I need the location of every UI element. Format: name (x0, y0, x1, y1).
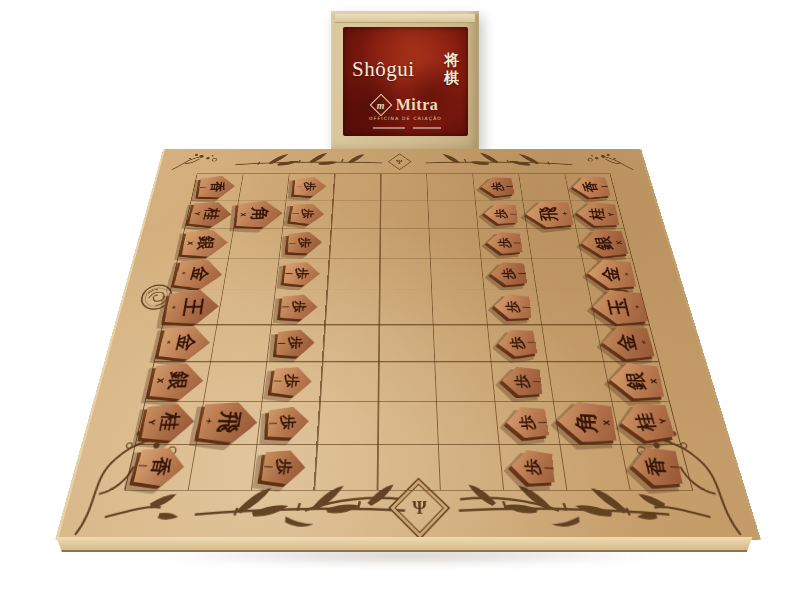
piece-gold-right[interactable]: 金* (599, 326, 656, 360)
piece-move-mark: | (264, 465, 273, 468)
piece-rook-right[interactable]: 飛+ (524, 200, 575, 227)
piece-move-mark: * (635, 305, 643, 308)
piece-knight-right[interactable]: 桂Y (616, 403, 676, 442)
piece-pawn-right[interactable]: 歩| (504, 406, 549, 438)
piece-lance-right[interactable]: 香| (570, 176, 611, 198)
piece-silver-right[interactable]: 銀X (578, 229, 629, 257)
piece-pawn-left[interactable]: 歩| (261, 449, 307, 484)
piece-move-mark: + (204, 418, 213, 425)
piece-move-mark: X (616, 240, 624, 244)
piece-pawn-right[interactable]: 歩| (486, 232, 523, 254)
piece-top-face: 香| (198, 175, 236, 198)
piece-move-mark: Y (659, 418, 669, 424)
piece-move-mark: | (538, 420, 547, 423)
piece-top-face: 歩| (294, 177, 327, 197)
piece-top-face: 銀X (149, 363, 207, 399)
piece-move-mark: | (509, 213, 516, 215)
piece-move-mark: | (289, 242, 296, 244)
piece-pawn-left[interactable]: 歩| (271, 366, 314, 396)
piece-pawn-right[interactable]: 歩| (496, 329, 538, 357)
piece-top-face: 桂Y (141, 404, 198, 442)
piece-pawn-left[interactable]: 歩| (280, 295, 319, 320)
piece-gold-left[interactable]: 金* (157, 326, 213, 360)
piece-knight-left[interactable]: 桂Y (188, 201, 234, 226)
piece-pawn-right[interactable]: 歩| (510, 449, 555, 485)
piece-lance-right[interactable]: 香| (629, 447, 684, 487)
piece-top-face: 銀X (181, 229, 230, 257)
board-perspective-wrapper: Ψ (0, 0, 800, 589)
piece-pawn-right[interactable]: 歩| (483, 203, 518, 224)
piece-move-mark: | (278, 341, 286, 343)
piece-move-mark: | (269, 421, 277, 424)
piece-move-mark: | (274, 379, 282, 382)
piece-move-mark: | (513, 242, 520, 244)
piece-pawn-left[interactable]: 歩| (267, 406, 309, 439)
piece-top-face: 歩| (280, 295, 319, 320)
piece-top-face: 歩| (276, 329, 316, 356)
piece-move-mark: X (155, 378, 164, 383)
piece-move-mark: Y (147, 420, 156, 426)
photo-scene: Shôgui 将 棋 m Mitra OFFICINA DE CRIAÇÃO (0, 0, 800, 589)
piece-lance-left[interactable]: 香| (198, 175, 236, 198)
piece-move-mark: | (295, 186, 302, 188)
piece-move-mark: X (650, 379, 659, 385)
piece-move-mark: | (532, 380, 540, 383)
piece-top-face: 王* (164, 290, 221, 325)
piece-top-face: 飛+ (197, 401, 260, 443)
piece-move-mark: * (625, 272, 633, 275)
piece-pawn-left[interactable]: 歩| (294, 177, 327, 197)
piece-pawn-left[interactable]: 歩| (288, 232, 323, 255)
piece-king-left[interactable]: 王* (164, 290, 221, 325)
piece-gold-left[interactable]: 金* (173, 259, 225, 290)
piece-move-mark: X (239, 212, 246, 216)
piece-pawn-right[interactable]: 歩| (480, 177, 515, 197)
piece-move-mark: | (601, 185, 608, 187)
piece-pawn-left[interactable]: 歩| (283, 262, 321, 286)
piece-move-mark: | (292, 212, 299, 214)
piece-top-face: 歩| (283, 262, 321, 286)
piece-gold-right[interactable]: 金* (585, 259, 637, 288)
piece-move-mark: Y (608, 212, 615, 216)
piece-move-mark: * (642, 340, 650, 344)
piece-top-face: 角X (236, 200, 284, 228)
piece-top-face: 歩| (290, 203, 326, 225)
piece-pawn-right[interactable]: 歩| (489, 262, 527, 286)
piece-rook-left[interactable]: 飛+ (197, 401, 260, 443)
piece-king-right[interactable]: 玉* (589, 290, 649, 324)
piece-move-mark: * (168, 306, 176, 309)
piece-top-face: 歩| (267, 406, 309, 439)
piece-move-mark: * (163, 340, 171, 344)
pieces-layer: 香|桂Y銀X金*王*金*銀X桂Y香|角X飛+歩|歩|歩|歩|歩|歩|歩|歩|歩|… (58, 149, 758, 540)
piece-pawn-left[interactable]: 歩| (290, 203, 326, 225)
piece-move-mark: | (286, 272, 293, 274)
piece-move-mark: | (544, 466, 553, 469)
piece-move-mark: Y (193, 211, 200, 215)
piece-top-face: 金* (157, 326, 213, 360)
piece-move-mark: | (200, 186, 207, 188)
piece-silver-left[interactable]: 銀X (181, 229, 230, 257)
piece-silver-right[interactable]: 銀X (608, 362, 666, 399)
piece-move-mark: | (506, 185, 513, 187)
piece-pawn-right[interactable]: 歩| (493, 294, 532, 320)
piece-move-mark: | (517, 272, 524, 274)
piece-top-face: 歩| (288, 232, 323, 255)
piece-move-mark: X (603, 420, 612, 426)
piece-knight-left[interactable]: 桂Y (141, 404, 198, 442)
piece-bishop-right[interactable]: 角X (556, 401, 617, 444)
piece-move-mark: | (522, 306, 530, 308)
board-front-edge (52, 537, 756, 552)
piece-bishop-left[interactable]: 角X (236, 200, 284, 228)
piece-top-face: 金* (173, 259, 225, 290)
piece-move-mark: | (138, 464, 147, 467)
piece-move-mark: + (562, 211, 569, 215)
piece-lance-left[interactable]: 香| (132, 447, 188, 487)
piece-top-face: 桂Y (188, 201, 234, 226)
piece-move-mark: | (527, 341, 535, 344)
piece-silver-left[interactable]: 銀X (149, 363, 207, 399)
shogi-board: Ψ (55, 149, 761, 540)
piece-move-mark: * (178, 271, 186, 274)
piece-knight-right[interactable]: 桂Y (575, 201, 619, 227)
piece-top-face: 歩| (261, 449, 307, 484)
piece-move-mark: | (282, 306, 290, 308)
piece-top-face: 歩| (271, 366, 314, 396)
piece-pawn-right[interactable]: 歩| (501, 366, 543, 396)
piece-pawn-left[interactable]: 歩| (276, 329, 316, 356)
piece-move-mark: X (186, 241, 194, 245)
